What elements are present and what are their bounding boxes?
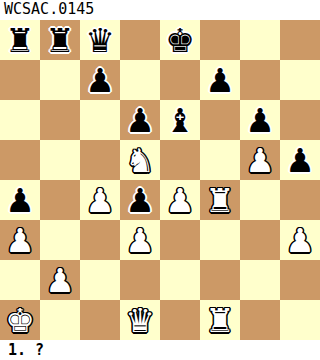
square-f1[interactable]: ♜ xyxy=(200,300,240,340)
square-b6[interactable] xyxy=(40,100,80,140)
white-pawn: ♟ xyxy=(165,184,195,217)
black-pawn: ♟ xyxy=(5,184,35,217)
square-f2[interactable] xyxy=(200,260,240,300)
square-c3[interactable] xyxy=(80,220,120,260)
white-rook: ♜ xyxy=(205,184,235,217)
square-h4[interactable] xyxy=(280,180,320,220)
square-e2[interactable] xyxy=(160,260,200,300)
square-d5[interactable]: ♞ xyxy=(120,140,160,180)
square-c4[interactable]: ♟ xyxy=(80,180,120,220)
square-h5[interactable]: ♟ xyxy=(280,140,320,180)
square-f3[interactable] xyxy=(200,220,240,260)
square-e5[interactable] xyxy=(160,140,200,180)
black-pawn: ♟ xyxy=(285,144,315,177)
square-f4[interactable]: ♜ xyxy=(200,180,240,220)
square-e3[interactable] xyxy=(160,220,200,260)
square-d7[interactable] xyxy=(120,60,160,100)
black-pawn: ♟ xyxy=(125,184,155,217)
square-b5[interactable] xyxy=(40,140,80,180)
square-a8[interactable]: ♜ xyxy=(0,20,40,60)
chess-board: ♜♜♛♚♟♟♟♝♟♞♟♟♟♟♟♟♜♟♟♟♟♚♛♜ xyxy=(0,20,320,340)
black-bishop: ♝ xyxy=(165,104,195,137)
square-h8[interactable] xyxy=(280,20,320,60)
square-b4[interactable] xyxy=(40,180,80,220)
square-e6[interactable]: ♝ xyxy=(160,100,200,140)
black-pawn: ♟ xyxy=(85,64,115,97)
square-b8[interactable]: ♜ xyxy=(40,20,80,60)
square-b7[interactable] xyxy=(40,60,80,100)
square-a7[interactable] xyxy=(0,60,40,100)
square-d6[interactable]: ♟ xyxy=(120,100,160,140)
white-pawn: ♟ xyxy=(285,224,315,257)
white-pawn: ♟ xyxy=(5,224,35,257)
square-a3[interactable]: ♟ xyxy=(0,220,40,260)
square-h6[interactable] xyxy=(280,100,320,140)
white-pawn: ♟ xyxy=(45,264,75,297)
square-c2[interactable] xyxy=(80,260,120,300)
square-b1[interactable] xyxy=(40,300,80,340)
square-h1[interactable] xyxy=(280,300,320,340)
square-e7[interactable] xyxy=(160,60,200,100)
square-e8[interactable]: ♚ xyxy=(160,20,200,60)
black-rook: ♜ xyxy=(5,24,35,57)
square-g3[interactable] xyxy=(240,220,280,260)
square-c1[interactable] xyxy=(80,300,120,340)
square-d8[interactable] xyxy=(120,20,160,60)
square-g2[interactable] xyxy=(240,260,280,300)
white-rook: ♜ xyxy=(205,304,235,337)
square-f6[interactable] xyxy=(200,100,240,140)
square-g6[interactable]: ♟ xyxy=(240,100,280,140)
square-c8[interactable]: ♛ xyxy=(80,20,120,60)
square-h7[interactable] xyxy=(280,60,320,100)
square-f5[interactable] xyxy=(200,140,240,180)
square-d4[interactable]: ♟ xyxy=(120,180,160,220)
black-rook: ♜ xyxy=(45,24,75,57)
white-pawn: ♟ xyxy=(125,224,155,257)
black-pawn: ♟ xyxy=(205,64,235,97)
square-g5[interactable]: ♟ xyxy=(240,140,280,180)
white-knight: ♞ xyxy=(125,144,155,177)
black-queen: ♛ xyxy=(85,24,115,57)
square-b2[interactable]: ♟ xyxy=(40,260,80,300)
square-a4[interactable]: ♟ xyxy=(0,180,40,220)
square-h2[interactable] xyxy=(280,260,320,300)
black-king: ♚ xyxy=(165,24,195,57)
black-pawn: ♟ xyxy=(125,104,155,137)
square-a5[interactable] xyxy=(0,140,40,180)
square-c7[interactable]: ♟ xyxy=(80,60,120,100)
puzzle-title: WCSAC.0145 xyxy=(0,0,320,20)
move-prompt: 1. ? xyxy=(0,340,320,360)
square-c6[interactable] xyxy=(80,100,120,140)
square-g1[interactable] xyxy=(240,300,280,340)
square-e1[interactable] xyxy=(160,300,200,340)
white-pawn: ♟ xyxy=(245,144,275,177)
square-h3[interactable]: ♟ xyxy=(280,220,320,260)
square-b3[interactable] xyxy=(40,220,80,260)
square-a2[interactable] xyxy=(0,260,40,300)
square-f7[interactable]: ♟ xyxy=(200,60,240,100)
square-f8[interactable] xyxy=(200,20,240,60)
square-a1[interactable]: ♚ xyxy=(0,300,40,340)
square-a6[interactable] xyxy=(0,100,40,140)
white-queen: ♛ xyxy=(125,304,155,337)
square-g8[interactable] xyxy=(240,20,280,60)
square-d1[interactable]: ♛ xyxy=(120,300,160,340)
square-e4[interactable]: ♟ xyxy=(160,180,200,220)
white-king: ♚ xyxy=(5,304,35,337)
square-g7[interactable] xyxy=(240,60,280,100)
square-c5[interactable] xyxy=(80,140,120,180)
chess-app-window: WCSAC.0145 ♜♜♛♚♟♟♟♝♟♞♟♟♟♟♟♟♜♟♟♟♟♚♛♜ 1. ? xyxy=(0,0,320,360)
square-d3[interactable]: ♟ xyxy=(120,220,160,260)
white-pawn: ♟ xyxy=(85,184,115,217)
black-pawn: ♟ xyxy=(245,104,275,137)
square-d2[interactable] xyxy=(120,260,160,300)
square-g4[interactable] xyxy=(240,180,280,220)
